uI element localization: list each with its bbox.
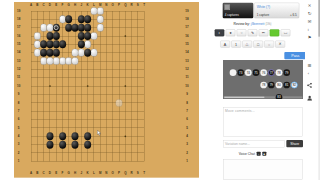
coord-label-top: A [30, 3, 32, 6]
coord-label-bottom: J [81, 172, 83, 175]
black-stone-K14[interactable] [84, 49, 91, 57]
black-stone-E16[interactable] [53, 32, 60, 40]
coord-label-top: C [43, 3, 45, 6]
coord-label-left: 15 [17, 43, 20, 46]
review-by-line: Review by: j3bennett (19k) [200, 22, 305, 26]
reviewer-rank: (19k) [265, 23, 271, 26]
coord-label-right: 4 [186, 135, 188, 138]
move-node-76[interactable]: 76 [260, 69, 267, 76]
coord-label-bottom: F [62, 172, 64, 175]
black-stone-H3[interactable] [72, 141, 79, 149]
variation-name-input[interactable]: Variation name... [223, 140, 284, 147]
right-icon-rail: ✕↻✉i⚑☰‹ [305, 0, 318, 180]
coord-label-bottom: G [68, 172, 70, 175]
black-stone-K18[interactable] [84, 15, 91, 23]
review-by-label: Review by: [234, 22, 250, 26]
coord-label-left: 12 [17, 68, 20, 71]
number-marker-tool[interactable]: 1 [231, 41, 241, 48]
move-node-75[interactable]: 75 [253, 69, 260, 76]
cross-marker-tool[interactable]: ✕ [275, 41, 285, 48]
move-node-78[interactable]: 78 [260, 82, 267, 89]
coord-label-right: 11 [185, 76, 188, 79]
user-icon[interactable] [307, 95, 312, 100]
move-node-73[interactable]: 73 [237, 69, 244, 76]
review-toolbar-row2: A1△□○✕ [200, 41, 305, 48]
coord-label-bottom: M [99, 172, 101, 175]
info-icon[interactable]: i [308, 27, 309, 32]
variation-name-placeholder: Variation name... [225, 142, 250, 146]
coord-label-top: K [87, 3, 89, 6]
black-stone-D3[interactable] [46, 141, 53, 149]
share-button[interactable]: Share [286, 140, 303, 147]
coord-label-left: 18 [17, 18, 20, 21]
coord-label-left: 4 [18, 135, 20, 138]
mouse-cursor [97, 130, 102, 136]
white-stone-tool[interactable]: ○ [237, 29, 247, 36]
coord-label-top: D [49, 3, 51, 6]
coord-label-top: T [143, 3, 145, 6]
square-marker-tool[interactable]: □ [253, 41, 263, 48]
move-node-81[interactable]: 81 [283, 82, 290, 89]
white-stone-M17[interactable] [97, 24, 104, 32]
black-stone-K4[interactable] [84, 132, 91, 140]
close-icon[interactable]: ✕ [308, 3, 312, 8]
coord-label-right: 9 [186, 93, 188, 96]
coord-label-top: P [118, 3, 120, 6]
star-point [87, 85, 89, 87]
move-node-77[interactable]: 77 [268, 69, 275, 76]
clear-tool[interactable]: ▭ [281, 29, 291, 36]
coord-label-left: 13 [17, 60, 20, 63]
white-stone-P8[interactable] [116, 99, 123, 107]
star-point [124, 135, 126, 137]
move-node-74[interactable]: 74 [245, 69, 252, 76]
star-point [49, 85, 51, 87]
black-stone-K3[interactable] [84, 141, 91, 149]
coord-label-left: 10 [17, 85, 20, 88]
star-point [124, 85, 126, 87]
white-komi: + 6.5 [290, 13, 297, 16]
coord-label-left: 17 [17, 26, 20, 29]
white-stone-L16[interactable] [90, 32, 97, 40]
coord-label-bottom: N [105, 172, 107, 175]
coord-label-left: 7 [18, 110, 20, 113]
coord-label-right: 15 [185, 43, 188, 46]
coord-label-bottom: O [112, 172, 114, 175]
refresh-icon[interactable]: ↻ [308, 11, 312, 16]
black-player-avatar [224, 4, 230, 10]
coord-label-top: E [55, 3, 57, 6]
pen-tool[interactable]: ✏ [259, 29, 269, 36]
mail-icon[interactable]: ✉ [308, 19, 312, 24]
move-tree-panel[interactable]: 73747576777879787980818283 [223, 60, 303, 99]
coord-label-right: 10 [185, 85, 188, 88]
coord-label-right: 6 [186, 118, 188, 121]
black-stone-tool[interactable]: ● [226, 29, 236, 36]
black-stone-E17[interactable] [53, 24, 60, 32]
coord-label-bottom: Q [124, 172, 126, 175]
participants-icon[interactable]: ☻ [262, 152, 266, 156]
coord-label-left: 16 [17, 35, 20, 38]
menu-icon[interactable]: ☰ [308, 63, 312, 68]
coord-label-bottom: L [93, 172, 95, 175]
move-comments-box[interactable]: Move comments... [223, 107, 303, 137]
triangle-marker-tool[interactable]: △ [242, 41, 252, 48]
go-board[interactable]: AABBCCDDEEFFGGHHJJKKLLMMNNOOPPQQRRSSTT19… [14, 2, 199, 178]
coord-label-right: 18 [185, 18, 188, 21]
flag-icon[interactable]: ⚑ [308, 35, 312, 40]
ogs-review-screen: AABBCCDDEEFFGGHHJJKKLLMMNNOOPPQQRRSSTT19… [0, 0, 320, 180]
voice-chat-label: Voice Chat [239, 152, 255, 156]
coord-label-top: B [36, 3, 38, 6]
variation-row: Variation name... Share [223, 140, 303, 147]
coord-label-right: 8 [186, 101, 188, 104]
coord-label-bottom: S [137, 172, 139, 175]
coord-label-bottom: B [36, 172, 38, 175]
pass-button[interactable]: Pass [284, 52, 306, 59]
coord-label-bottom: A [30, 172, 32, 175]
share-icon[interactable] [307, 83, 312, 88]
white-stone-B16[interactable] [34, 32, 41, 40]
coord-label-right: 19 [185, 9, 188, 12]
black-stone-K17[interactable] [84, 24, 91, 32]
pen-color-swatch[interactable] [270, 29, 280, 36]
coord-label-right: 2 [186, 151, 188, 154]
reviewer-link[interactable]: j3bennett [251, 22, 265, 26]
white-stone-H13[interactable] [72, 57, 79, 65]
play-stone-tool[interactable]: ◐ [215, 29, 225, 36]
move-tree-scrollbar[interactable] [224, 96, 303, 98]
white-captures: 1 capture [257, 13, 270, 16]
coord-label-left: 19 [17, 9, 20, 12]
game-side-panel: 4 captures White (?) 1 capture + 6.5 Rev… [200, 0, 320, 180]
white-player-card[interactable]: White (?) 1 capture + 6.5 [254, 3, 299, 19]
coord-label-bottom: K [87, 172, 89, 175]
coord-label-right: 13 [185, 60, 188, 63]
black-stone-D4[interactable] [46, 132, 53, 140]
chat-panel[interactable] [223, 160, 303, 180]
coord-label-top: Q [124, 3, 126, 6]
coord-label-right: 7 [186, 110, 188, 113]
letter-marker-tool[interactable]: A [220, 41, 230, 48]
black-stone-K16[interactable] [84, 32, 91, 40]
star-point [124, 35, 126, 37]
coord-label-top: F [62, 3, 64, 6]
coord-label-left: 3 [18, 143, 20, 146]
move-node-78[interactable]: 78 [276, 69, 283, 76]
coord-label-right: 5 [186, 126, 188, 129]
coord-label-bottom: E [55, 172, 57, 175]
coord-label-bottom: T [143, 172, 145, 175]
coord-label-right: 17 [185, 26, 188, 29]
coord-label-left: 14 [17, 51, 20, 54]
black-stone-J15[interactable] [78, 40, 85, 48]
move-tree-scroll-thumb[interactable] [224, 97, 264, 98]
coord-label-left: 9 [18, 93, 20, 96]
white-stone-M18[interactable] [97, 15, 104, 23]
review-toolbar-row1: ◐●○✎✏▭ [200, 29, 305, 36]
speaker-icon[interactable]: ♪ [257, 152, 261, 156]
coord-label-top: J [81, 3, 83, 6]
coord-label-bottom: H [74, 172, 76, 175]
coord-label-right: 1 [186, 160, 188, 163]
white-stone-L14[interactable] [90, 49, 97, 57]
coord-label-right: 14 [185, 51, 188, 54]
black-stone-G18[interactable] [65, 15, 72, 23]
coord-label-bottom: P [118, 172, 120, 175]
coord-label-top: G [68, 3, 70, 6]
move-node-root[interactable] [230, 69, 237, 76]
black-stone-F3[interactable] [59, 141, 66, 149]
coord-label-top: S [137, 3, 139, 6]
move-node-79[interactable]: 79 [283, 69, 290, 76]
coord-label-left: 1 [18, 160, 20, 163]
black-stone-F4[interactable] [59, 132, 66, 140]
coord-label-left: 2 [18, 151, 20, 154]
last-move-marker [54, 25, 59, 30]
coord-label-left: 11 [17, 76, 20, 79]
coord-label-top: O [112, 3, 114, 6]
move-node-80[interactable]: 80 [276, 82, 283, 89]
white-stone-K15[interactable] [84, 40, 91, 48]
coord-label-left: 6 [18, 118, 20, 121]
circle-marker-tool[interactable]: ○ [264, 41, 274, 48]
black-stone-F15[interactable] [59, 40, 66, 48]
white-player-name[interactable]: White (?) [257, 5, 271, 9]
coord-label-bottom: D [49, 172, 51, 175]
coord-label-bottom: C [43, 172, 45, 175]
coord-label-top: H [74, 3, 76, 6]
black-player-card[interactable]: 4 captures [223, 3, 254, 19]
coord-label-top: N [105, 3, 107, 6]
move-node-83[interactable]: 83 [276, 94, 283, 99]
move-node-79[interactable]: 79 [268, 82, 275, 89]
move-comments-placeholder: Move comments... [225, 109, 255, 113]
pencil-tool[interactable]: ✎ [248, 29, 258, 36]
coord-label-left: 5 [18, 126, 20, 129]
coord-label-bottom: R [130, 172, 132, 175]
move-node-82[interactable]: 82 [291, 82, 298, 89]
black-stone-E14[interactable] [53, 49, 60, 57]
coord-label-right: 16 [185, 35, 188, 38]
black-stone-H4[interactable] [72, 132, 79, 140]
voice-chat-row: Voice Chat ♪ ☻ [200, 152, 305, 156]
coord-label-right: 3 [186, 143, 188, 146]
coord-label-left: 8 [18, 101, 20, 104]
coord-label-right: 12 [185, 68, 188, 71]
coord-label-top: R [130, 3, 132, 6]
white-stone-M19[interactable] [97, 7, 104, 15]
back-icon[interactable]: ‹ [308, 71, 309, 76]
black-captures: 4 captures [225, 13, 239, 16]
